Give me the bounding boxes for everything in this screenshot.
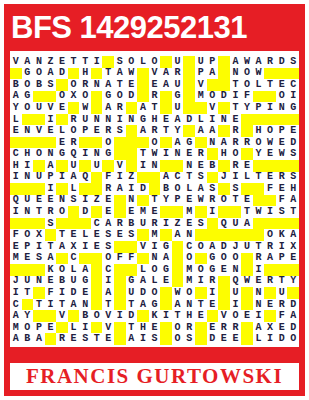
blocked-cell xyxy=(207,79,219,91)
letter-cell: M xyxy=(183,264,195,276)
letter-cell: U xyxy=(33,172,45,184)
blocked-cell xyxy=(45,229,57,241)
blocked-cell xyxy=(56,160,68,172)
blocked-cell xyxy=(195,287,207,299)
letter-cell: N xyxy=(230,68,242,80)
letter-cell: A xyxy=(207,125,219,137)
letter-cell: N xyxy=(172,148,184,160)
blocked-cell xyxy=(264,218,276,230)
letter-cell: H xyxy=(287,183,299,195)
letter-cell: I xyxy=(160,218,172,230)
letter-cell: Y xyxy=(160,195,172,207)
blocked-cell xyxy=(126,102,138,114)
letter-cell: I xyxy=(114,172,126,184)
letter-cell: E xyxy=(91,125,103,137)
letter-cell: W xyxy=(149,148,161,160)
letter-cell: O xyxy=(68,79,80,91)
letter-cell: I xyxy=(264,206,276,218)
letter-cell: R xyxy=(149,218,161,230)
letter-cell: R xyxy=(241,137,253,149)
blocked-cell xyxy=(22,183,34,195)
letter-cell: E xyxy=(160,114,172,126)
author-band: FRANCIS GURTOWSKI xyxy=(10,363,299,390)
letter-cell: I xyxy=(114,310,126,322)
letter-cell: I xyxy=(79,148,91,160)
letter-cell: A xyxy=(241,218,253,230)
blocked-cell xyxy=(126,264,138,276)
letter-cell: E xyxy=(68,333,80,345)
blocked-cell xyxy=(10,183,22,195)
blocked-cell xyxy=(253,229,265,241)
blocked-cell xyxy=(160,102,172,114)
letter-cell: O xyxy=(276,91,288,103)
letter-cell: L xyxy=(183,183,195,195)
letter-cell: I xyxy=(22,160,34,172)
letter-cell: N xyxy=(33,276,45,288)
blocked-cell xyxy=(160,137,172,149)
letter-cell: A xyxy=(172,229,184,241)
letter-cell: I xyxy=(10,172,22,184)
letter-cell: R xyxy=(114,218,126,230)
letter-cell: C xyxy=(10,299,22,311)
letter-cell: W xyxy=(264,137,276,149)
blocked-cell xyxy=(137,229,149,241)
letter-cell: V xyxy=(56,310,68,322)
blocked-cell xyxy=(114,195,126,207)
letter-cell: Y xyxy=(241,102,253,114)
letter-cell: O xyxy=(264,125,276,137)
letter-cell: V xyxy=(195,79,207,91)
letter-cell: U xyxy=(137,218,149,230)
letter-cell: C xyxy=(10,148,22,160)
letter-cell: T xyxy=(149,195,161,207)
letter-cell: D xyxy=(137,287,149,299)
letter-cell: O xyxy=(207,91,219,103)
letter-cell: P xyxy=(33,322,45,334)
blocked-cell xyxy=(68,68,80,80)
letter-cell: R xyxy=(230,160,242,172)
letter-cell: K xyxy=(276,229,288,241)
letter-cell: O xyxy=(172,322,184,334)
letter-cell: A xyxy=(137,299,149,311)
blocked-cell xyxy=(114,241,126,253)
letter-cell: D xyxy=(126,310,138,322)
letter-cell: I xyxy=(10,287,22,299)
letter-cell: D xyxy=(287,137,299,149)
letter-cell: E xyxy=(149,79,161,91)
letter-cell: P xyxy=(276,253,288,265)
letter-cell: C xyxy=(68,253,80,265)
blocked-cell xyxy=(172,253,184,265)
letter-cell: D xyxy=(276,333,288,345)
letter-cell: L xyxy=(137,264,149,276)
letter-cell: A xyxy=(102,102,114,114)
blocked-cell xyxy=(68,102,80,114)
blocked-cell xyxy=(91,322,103,334)
letter-cell: O xyxy=(91,310,103,322)
letter-cell: G xyxy=(22,68,34,80)
letter-cell: O xyxy=(102,253,114,265)
blocked-cell xyxy=(137,172,149,184)
letter-cell: Z xyxy=(126,172,138,184)
letter-cell: R xyxy=(102,125,114,137)
letter-cell: I xyxy=(79,195,91,207)
letter-cell: N xyxy=(33,56,45,68)
letter-cell: O xyxy=(172,333,184,345)
letter-cell: I xyxy=(207,206,219,218)
letter-cell: E xyxy=(22,253,34,265)
letter-cell: A xyxy=(10,91,22,103)
blocked-cell xyxy=(241,125,253,137)
letter-cell: L xyxy=(68,322,80,334)
letter-cell: O xyxy=(22,229,34,241)
letter-cell: A xyxy=(160,68,172,80)
letter-cell: N xyxy=(149,253,161,265)
blocked-cell xyxy=(241,148,253,160)
blocked-cell xyxy=(195,137,207,149)
letter-cell: Z xyxy=(45,56,57,68)
letter-cell: H xyxy=(10,160,22,172)
letter-cell: L xyxy=(10,114,22,126)
letter-cell: N xyxy=(79,299,91,311)
letter-cell: X xyxy=(68,91,80,103)
letter-cell: W xyxy=(253,206,265,218)
letter-cell: R xyxy=(230,137,242,149)
letter-cell: T xyxy=(22,287,34,299)
letter-cell: H xyxy=(22,148,34,160)
letter-cell: G xyxy=(102,91,114,103)
letter-cell: H xyxy=(137,322,149,334)
letter-cell: A xyxy=(22,56,34,68)
blocked-cell xyxy=(253,91,265,103)
blocked-cell xyxy=(102,56,114,68)
letter-cell: S xyxy=(114,125,126,137)
blocked-cell xyxy=(114,264,126,276)
blocked-cell xyxy=(56,253,68,265)
letter-cell: X xyxy=(68,241,80,253)
letter-cell: J xyxy=(10,276,22,288)
blocked-cell xyxy=(160,56,172,68)
letter-cell: N xyxy=(149,160,161,172)
blocked-cell xyxy=(45,137,57,149)
letter-cell: E xyxy=(218,333,230,345)
letter-cell: Y xyxy=(10,102,22,114)
blocked-cell xyxy=(276,264,288,276)
blocked-cell xyxy=(264,160,276,172)
blocked-cell xyxy=(276,68,288,80)
letter-cell: N xyxy=(253,287,265,299)
letter-cell: D xyxy=(183,114,195,126)
letter-cell: X xyxy=(33,229,45,241)
letter-cell: S xyxy=(207,183,219,195)
letter-cell: V xyxy=(218,310,230,322)
letter-cell: S xyxy=(114,56,126,68)
blocked-cell xyxy=(91,102,103,114)
letter-cell: H xyxy=(79,68,91,80)
blocked-cell xyxy=(172,241,184,253)
letter-cell: S xyxy=(287,56,299,68)
letter-cell: A xyxy=(102,79,114,91)
letter-cell: A xyxy=(195,125,207,137)
letter-cell: T xyxy=(45,241,57,253)
blocked-cell xyxy=(114,148,126,160)
letter-cell: Y xyxy=(287,276,299,288)
blocked-cell xyxy=(241,333,253,345)
letter-cell: N xyxy=(183,229,195,241)
letter-cell: T xyxy=(149,102,161,114)
letter-cell: F xyxy=(241,91,253,103)
blocked-cell xyxy=(79,253,91,265)
blocked-cell xyxy=(172,264,184,276)
letter-cell: U xyxy=(241,241,253,253)
letter-cell: V xyxy=(10,56,22,68)
letter-cell: E xyxy=(183,148,195,160)
letter-cell: H xyxy=(149,114,161,126)
blocked-cell xyxy=(114,322,126,334)
letter-cell: O xyxy=(149,287,161,299)
blocked-cell xyxy=(126,241,138,253)
letter-cell: B xyxy=(160,183,172,195)
letter-cell: E xyxy=(230,114,242,126)
letter-cell: E xyxy=(56,137,68,149)
letter-cell: N xyxy=(126,195,138,207)
letter-cell: T xyxy=(172,310,184,322)
letter-cell: U xyxy=(68,276,80,288)
blocked-cell xyxy=(195,229,207,241)
blocked-cell xyxy=(253,195,265,207)
letter-cell: W xyxy=(79,102,91,114)
letter-cell: S xyxy=(33,253,45,265)
blocked-cell xyxy=(207,172,219,184)
letter-cell: A xyxy=(114,68,126,80)
letter-cell: N xyxy=(22,206,34,218)
letter-cell: T xyxy=(102,299,114,311)
letter-cell: E xyxy=(195,310,207,322)
letter-cell: U xyxy=(91,160,103,172)
letter-cell: F xyxy=(114,253,126,265)
blocked-cell xyxy=(45,333,57,345)
blocked-cell xyxy=(241,299,253,311)
blocked-cell xyxy=(22,264,34,276)
letter-cell: L xyxy=(137,56,149,68)
letter-cell: A xyxy=(287,195,299,207)
letter-cell: R xyxy=(114,102,126,114)
blocked-cell xyxy=(33,137,45,149)
letter-cell: G xyxy=(56,148,68,160)
letter-cell: D xyxy=(207,333,219,345)
letter-cell: I xyxy=(56,287,68,299)
letter-cell: E xyxy=(241,160,253,172)
blocked-cell xyxy=(56,218,68,230)
letter-cell: M xyxy=(149,229,161,241)
letter-cell: A xyxy=(56,241,68,253)
letter-cell: Y xyxy=(22,310,34,322)
letter-cell: D xyxy=(276,56,288,68)
blocked-cell xyxy=(137,79,149,91)
letter-cell: M xyxy=(183,206,195,218)
blocked-cell xyxy=(218,102,230,114)
letter-cell: A xyxy=(287,310,299,322)
blocked-cell xyxy=(195,253,207,265)
letter-cell: R xyxy=(56,333,68,345)
letter-cell: T xyxy=(230,79,242,91)
divider-band xyxy=(4,347,305,363)
letter-cell: E xyxy=(287,253,299,265)
letter-cell: A xyxy=(102,218,114,230)
letter-cell: Q xyxy=(68,148,80,160)
letter-cell: Y xyxy=(172,125,184,137)
letter-cell: H xyxy=(183,310,195,322)
letter-cell: E xyxy=(149,206,161,218)
letter-cell: T xyxy=(56,229,68,241)
letter-cell: T xyxy=(91,333,103,345)
letter-cell: C xyxy=(172,172,184,184)
letter-cell: X xyxy=(287,241,299,253)
blocked-cell xyxy=(287,264,299,276)
letter-cell: G xyxy=(102,148,114,160)
letter-cell: S xyxy=(287,172,299,184)
blocked-cell xyxy=(195,333,207,345)
letter-cell: A xyxy=(10,333,22,345)
letter-cell: N xyxy=(45,148,57,160)
letter-cell: S xyxy=(126,229,138,241)
letter-cell: P xyxy=(253,102,265,114)
letter-cell: E xyxy=(276,79,288,91)
blocked-cell xyxy=(56,79,68,91)
letter-cell: U xyxy=(68,160,80,172)
letter-cell: P xyxy=(45,172,57,184)
letter-cell: O xyxy=(114,91,126,103)
letter-cell: T xyxy=(160,125,172,137)
letter-cell: Q xyxy=(218,218,230,230)
blocked-cell xyxy=(253,160,265,172)
letter-cell: O xyxy=(183,253,195,265)
blocked-cell xyxy=(33,218,45,230)
blocked-cell xyxy=(137,195,149,207)
blocked-cell xyxy=(68,310,80,322)
letter-cell: O xyxy=(230,253,242,265)
blocked-cell xyxy=(79,160,91,172)
blocked-cell xyxy=(102,160,114,172)
letter-cell: E xyxy=(56,56,68,68)
letter-cell: I xyxy=(287,91,299,103)
blocked-cell xyxy=(91,264,103,276)
letter-cell: U xyxy=(230,218,242,230)
letter-cell: A xyxy=(68,299,80,311)
blocked-cell xyxy=(33,183,45,195)
blocked-cell xyxy=(137,137,149,149)
letter-cell: E xyxy=(45,276,57,288)
letter-cell: R xyxy=(207,276,219,288)
letter-cell: R xyxy=(276,299,288,311)
blocked-cell xyxy=(114,206,126,218)
letter-cell: E xyxy=(45,322,57,334)
letter-cell: M xyxy=(10,253,22,265)
letter-cell: V xyxy=(149,68,161,80)
blocked-cell xyxy=(218,125,230,137)
blocked-cell xyxy=(264,114,276,126)
letter-cell: N xyxy=(126,114,138,126)
blocked-cell xyxy=(218,79,230,91)
letter-cell: N xyxy=(230,264,242,276)
author-name: FRANCIS GURTOWSKI xyxy=(26,364,283,389)
letter-cell: E xyxy=(149,322,161,334)
letter-cell: U xyxy=(172,79,184,91)
letter-cell: I xyxy=(10,206,22,218)
blocked-cell xyxy=(241,287,253,299)
letter-cell: U xyxy=(33,102,45,114)
letter-cell: E xyxy=(195,160,207,172)
letter-cell: T xyxy=(264,79,276,91)
letter-cell: I xyxy=(137,333,149,345)
letter-cell: R xyxy=(207,195,219,207)
letter-cell: A xyxy=(45,160,57,172)
letter-cell: E xyxy=(91,241,103,253)
letter-cell: L xyxy=(195,114,207,126)
letter-cell: E xyxy=(10,241,22,253)
letter-cell: S xyxy=(45,218,57,230)
letter-cell: S xyxy=(287,148,299,160)
blocked-cell xyxy=(56,114,68,126)
blocked-cell xyxy=(287,114,299,126)
letter-cell: Z xyxy=(91,195,103,207)
blocked-cell xyxy=(183,125,195,137)
letter-cell: F xyxy=(45,287,57,299)
blocked-cell xyxy=(126,125,138,137)
letter-cell: E xyxy=(79,287,91,299)
blocked-cell xyxy=(126,148,138,160)
letter-cell: N xyxy=(91,114,103,126)
letter-cell: A xyxy=(137,125,149,137)
blocked-cell xyxy=(287,160,299,172)
blocked-cell xyxy=(230,206,242,218)
blocked-cell xyxy=(160,333,172,345)
letter-cell: F xyxy=(102,172,114,184)
letter-cell: Q xyxy=(79,172,91,184)
blocked-cell xyxy=(160,91,172,103)
letter-cell: V xyxy=(33,125,45,137)
letter-cell: E xyxy=(126,79,138,91)
letter-cell: N xyxy=(253,299,265,311)
letter-cell: F xyxy=(126,253,138,265)
letter-cell: S xyxy=(102,229,114,241)
letter-cell: O xyxy=(149,137,161,149)
letter-cell: O xyxy=(149,264,161,276)
blocked-cell xyxy=(33,160,45,172)
letter-cell: I xyxy=(207,287,219,299)
letter-cell: U xyxy=(276,287,288,299)
letter-cell: M xyxy=(10,322,22,334)
letter-cell: C xyxy=(287,79,299,91)
letter-cell: U xyxy=(126,287,138,299)
letter-cell: A xyxy=(218,137,230,149)
letter-cell: T xyxy=(126,299,138,311)
letter-cell: W xyxy=(276,148,288,160)
letter-cell: I xyxy=(33,241,45,253)
letter-cell: Z xyxy=(172,218,184,230)
letter-cell: E xyxy=(253,276,265,288)
letter-cell: O xyxy=(56,91,68,103)
letter-cell: V xyxy=(45,102,57,114)
blocked-cell xyxy=(183,79,195,91)
blocked-cell xyxy=(56,322,68,334)
blocked-cell xyxy=(10,264,22,276)
blocked-cell xyxy=(114,137,126,149)
letter-cell: I xyxy=(253,264,265,276)
letter-cell: N xyxy=(276,102,288,114)
letter-cell: T xyxy=(79,56,91,68)
letter-cell: A xyxy=(172,299,184,311)
